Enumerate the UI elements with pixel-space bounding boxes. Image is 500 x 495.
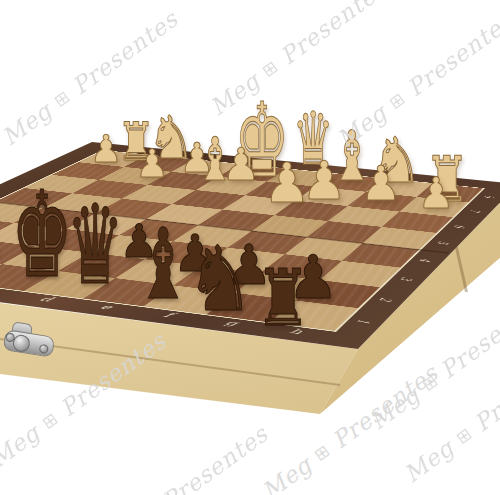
white-pawn[interactable]: ♟ [135, 144, 168, 183]
white-pawn[interactable]: ♟ [264, 156, 311, 211]
watermark-brand-left: Meg [0, 414, 52, 472]
watermark-brand-left: Meg [365, 376, 431, 434]
rank-label-2: 2 [349, 290, 423, 309]
gift-icon: ⊞ [385, 88, 409, 113]
gift-icon: ⊞ [310, 440, 334, 465]
watermark-brand-right: Presentes [269, 0, 391, 74]
white-pawn[interactable]: ♟ [90, 130, 122, 168]
black-rook[interactable]: ♜ [255, 259, 311, 337]
black-knight[interactable]: ♞ [186, 234, 255, 324]
black-bishop[interactable]: ♝ [0, 171, 12, 271]
gift-icon: ⊞ [418, 370, 442, 395]
gift-icon: ⊞ [50, 86, 74, 111]
watermark-brand-left: Meg [399, 429, 465, 487]
product-photo: abcdefgh 87654321 ♜♞♝♚♛♝♞♜♟♟♟♟♟♟♟♟♝♚♛♝♞♜… [0, 0, 500, 495]
watermark-text: Meg ⊞ Presentes [399, 343, 500, 488]
white-pawn[interactable]: ♟ [418, 172, 455, 215]
black-bishop[interactable]: ♝ [135, 215, 191, 313]
watermark-brand-right: Presentes [61, 6, 183, 105]
watermark-brand-left: Meg [0, 92, 64, 150]
watermark-brand-right: Presentes [463, 343, 500, 442]
black-king[interactable]: ♚ [11, 176, 73, 295]
watermark-brand-right: Presentes [151, 421, 273, 495]
gift-icon: ⊞ [258, 56, 282, 81]
white-pawn[interactable]: ♟ [361, 159, 402, 207]
watermark-brand-left: Meg [257, 446, 323, 495]
watermark-brand-right: Presentes [396, 8, 500, 107]
gift-icon: ⊞ [452, 423, 476, 448]
metal-clasp[interactable] [0, 320, 59, 366]
gift-icon: ⊞ [38, 408, 62, 433]
white-pawn[interactable]: ♟ [222, 142, 260, 187]
watermark-text: Meg ⊞ Presentes [87, 421, 273, 495]
rank-label-1: 1 [325, 311, 403, 332]
black-queen[interactable]: ♛ [66, 190, 123, 300]
